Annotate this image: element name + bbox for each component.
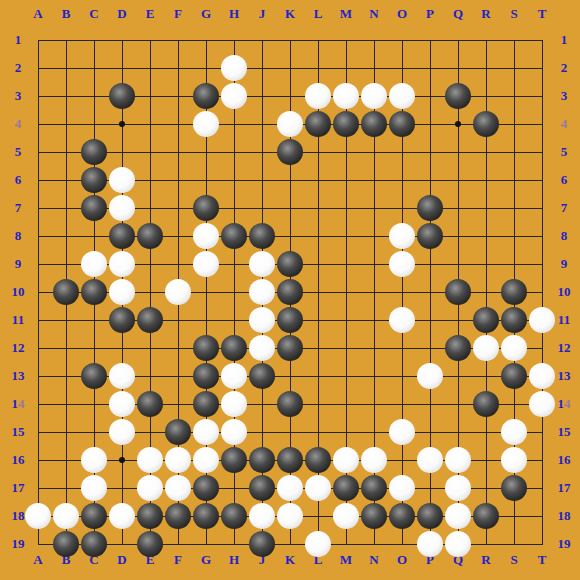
col-label-top-M: M	[340, 6, 352, 22]
stone-white-G4[interactable]	[193, 111, 219, 137]
stone-black-R11[interactable]	[473, 307, 499, 333]
row-label-right-17: 17	[558, 480, 571, 496]
stone-black-R18[interactable]	[473, 503, 499, 529]
star-point-D4	[119, 121, 125, 127]
stone-black-B10[interactable]	[53, 279, 79, 305]
stone-black-C18[interactable]	[81, 503, 107, 529]
stone-black-E8[interactable]	[137, 223, 163, 249]
stone-black-P8[interactable]	[417, 223, 443, 249]
stone-white-P16[interactable]	[417, 447, 443, 473]
col-label-top-F: F	[174, 6, 182, 22]
stone-black-D11[interactable]	[109, 307, 135, 333]
stone-white-Q16[interactable]	[445, 447, 471, 473]
row-label-right-5: 5	[561, 144, 568, 160]
row-label-left-5: 5	[15, 144, 22, 160]
stone-black-Q10[interactable]	[445, 279, 471, 305]
star-point-Q4	[455, 121, 461, 127]
stone-white-T11[interactable]	[529, 307, 555, 333]
stone-black-K14[interactable]	[277, 391, 303, 417]
col-label-top-E: E	[146, 6, 155, 22]
col-label-bottom-N: N	[369, 552, 378, 568]
col-label-top-C: C	[89, 6, 98, 22]
row-label-right-13: 13	[558, 368, 571, 384]
stone-black-C10[interactable]	[81, 279, 107, 305]
stone-white-F17[interactable]	[165, 475, 191, 501]
stone-black-N17[interactable]	[361, 475, 387, 501]
col-label-top-J: J	[259, 6, 266, 22]
stone-black-F18[interactable]	[165, 503, 191, 529]
stone-black-O18[interactable]	[389, 503, 415, 529]
stone-black-S11[interactable]	[501, 307, 527, 333]
star-point-D16	[119, 457, 125, 463]
stone-white-S15[interactable]	[501, 419, 527, 445]
col-label-top-L: L	[314, 6, 323, 22]
stone-white-D13[interactable]	[109, 363, 135, 389]
row-label-left-12: 12	[12, 340, 25, 356]
row-label-right-14: 14	[558, 396, 571, 412]
row-label-right-7: 7	[561, 200, 568, 216]
col-label-top-T: T	[538, 6, 547, 22]
row-label-left-14: 14	[12, 396, 25, 412]
stone-black-H18[interactable]	[221, 503, 247, 529]
stone-white-O15[interactable]	[389, 419, 415, 445]
stone-white-M16[interactable]	[333, 447, 359, 473]
stone-black-G7[interactable]	[193, 195, 219, 221]
stone-black-R14[interactable]	[473, 391, 499, 417]
stone-black-C19[interactable]	[81, 531, 107, 557]
stone-white-J11[interactable]	[249, 307, 275, 333]
stone-black-J19[interactable]	[249, 531, 275, 557]
col-label-top-R: R	[481, 6, 490, 22]
col-label-top-A: A	[33, 6, 42, 22]
stone-black-L16[interactable]	[305, 447, 331, 473]
col-label-bottom-S: S	[510, 552, 517, 568]
col-label-bottom-F: F	[174, 552, 182, 568]
row-label-right-6: 6	[561, 172, 568, 188]
stone-black-C6[interactable]	[81, 167, 107, 193]
stone-white-G9[interactable]	[193, 251, 219, 277]
col-label-top-N: N	[369, 6, 378, 22]
stone-black-D8[interactable]	[109, 223, 135, 249]
stone-white-G8[interactable]	[193, 223, 219, 249]
stone-white-J18[interactable]	[249, 503, 275, 529]
col-label-bottom-A: A	[33, 552, 42, 568]
stone-black-K16[interactable]	[277, 447, 303, 473]
stone-black-S10[interactable]	[501, 279, 527, 305]
stone-white-C17[interactable]	[81, 475, 107, 501]
stone-white-G16[interactable]	[193, 447, 219, 473]
col-label-bottom-D: D	[117, 552, 126, 568]
stone-white-L3[interactable]	[305, 83, 331, 109]
stone-black-R4[interactable]	[473, 111, 499, 137]
stone-white-Q18[interactable]	[445, 503, 471, 529]
stone-white-B18[interactable]	[53, 503, 79, 529]
stone-white-L19[interactable]	[305, 531, 331, 557]
row-label-left-16: 16	[12, 452, 25, 468]
row-label-left-10: 10	[12, 284, 25, 300]
stone-black-C13[interactable]	[81, 363, 107, 389]
stone-white-O11[interactable]	[389, 307, 415, 333]
row-label-left-17: 17	[12, 480, 25, 496]
stone-black-K9[interactable]	[277, 251, 303, 277]
stone-white-S16[interactable]	[501, 447, 527, 473]
stone-white-J9[interactable]	[249, 251, 275, 277]
stone-white-T14[interactable]	[529, 391, 555, 417]
col-label-top-B: B	[62, 6, 71, 22]
stone-black-P18[interactable]	[417, 503, 443, 529]
stone-black-Q3[interactable]	[445, 83, 471, 109]
row-label-left-9: 9	[15, 256, 22, 272]
stone-white-H2[interactable]	[221, 55, 247, 81]
row-label-right-4: 4	[561, 116, 568, 132]
col-label-bottom-T: T	[538, 552, 547, 568]
col-label-bottom-K: K	[285, 552, 295, 568]
stone-white-R12[interactable]	[473, 335, 499, 361]
stone-black-G3[interactable]	[193, 83, 219, 109]
stone-black-J8[interactable]	[249, 223, 275, 249]
stone-black-E18[interactable]	[137, 503, 163, 529]
stone-black-B19[interactable]	[53, 531, 79, 557]
stone-white-P13[interactable]	[417, 363, 443, 389]
row-label-right-15: 15	[558, 424, 571, 440]
row-label-left-6: 6	[15, 172, 22, 188]
row-label-left-7: 7	[15, 200, 22, 216]
row-label-left-8: 8	[15, 228, 22, 244]
col-label-top-K: K	[285, 6, 295, 22]
col-label-top-P: P	[426, 6, 434, 22]
row-label-left-19: 19	[12, 536, 25, 552]
stone-white-A18[interactable]	[25, 503, 51, 529]
stone-black-E11[interactable]	[137, 307, 163, 333]
stone-white-D7[interactable]	[109, 195, 135, 221]
stone-white-O8[interactable]	[389, 223, 415, 249]
stone-black-H8[interactable]	[221, 223, 247, 249]
row-label-right-9: 9	[561, 256, 568, 272]
stone-black-N4[interactable]	[361, 111, 387, 137]
stone-black-H16[interactable]	[221, 447, 247, 473]
stone-black-S17[interactable]	[501, 475, 527, 501]
col-label-bottom-R: R	[481, 552, 490, 568]
stone-white-D9[interactable]	[109, 251, 135, 277]
stone-black-O4[interactable]	[389, 111, 415, 137]
row-label-right-12: 12	[558, 340, 571, 356]
row-label-right-18: 18	[558, 508, 571, 524]
stone-white-C16[interactable]	[81, 447, 107, 473]
stone-white-F16[interactable]	[165, 447, 191, 473]
row-label-left-15: 15	[12, 424, 25, 440]
stone-white-F10[interactable]	[165, 279, 191, 305]
stone-black-G13[interactable]	[193, 363, 219, 389]
col-label-top-H: H	[229, 6, 239, 22]
stone-white-H14[interactable]	[221, 391, 247, 417]
stone-white-G15[interactable]	[193, 419, 219, 445]
stone-black-J17[interactable]	[249, 475, 275, 501]
stone-black-K10[interactable]	[277, 279, 303, 305]
stone-black-E19[interactable]	[137, 531, 163, 557]
col-label-top-D: D	[117, 6, 126, 22]
stone-white-O9[interactable]	[389, 251, 415, 277]
stone-black-K12[interactable]	[277, 335, 303, 361]
col-label-bottom-G: G	[201, 552, 211, 568]
row-label-left-13: 13	[12, 368, 25, 384]
stone-black-H12[interactable]	[221, 335, 247, 361]
col-label-bottom-O: O	[397, 552, 407, 568]
stone-white-D15[interactable]	[109, 419, 135, 445]
stone-black-N18[interactable]	[361, 503, 387, 529]
col-label-top-G: G	[201, 6, 211, 22]
stone-white-L17[interactable]	[305, 475, 331, 501]
stone-white-K4[interactable]	[277, 111, 303, 137]
col-label-bottom-H: H	[229, 552, 239, 568]
stone-black-K11[interactable]	[277, 307, 303, 333]
stone-white-K18[interactable]	[277, 503, 303, 529]
col-label-top-S: S	[510, 6, 517, 22]
stone-white-H13[interactable]	[221, 363, 247, 389]
col-label-top-O: O	[397, 6, 407, 22]
stone-black-J16[interactable]	[249, 447, 275, 473]
stone-white-O3[interactable]	[389, 83, 415, 109]
stone-white-N3[interactable]	[361, 83, 387, 109]
stone-black-D3[interactable]	[109, 83, 135, 109]
stone-black-P7[interactable]	[417, 195, 443, 221]
go-board-screenshot: AABBCCDDEEFFGGHHJJKKLLMMNNOOPPQQRRSSTT11…	[0, 0, 580, 580]
stone-white-J12[interactable]	[249, 335, 275, 361]
stone-white-H3[interactable]	[221, 83, 247, 109]
row-label-right-16: 16	[558, 452, 571, 468]
stone-black-C5[interactable]	[81, 139, 107, 165]
row-label-right-1: 1	[561, 32, 568, 48]
stone-white-N16[interactable]	[361, 447, 387, 473]
row-label-left-4: 4	[15, 116, 22, 132]
row-label-right-10: 10	[558, 284, 571, 300]
stone-black-Q12[interactable]	[445, 335, 471, 361]
col-label-top-Q: Q	[453, 6, 463, 22]
stone-black-C7[interactable]	[81, 195, 107, 221]
stone-black-M17[interactable]	[333, 475, 359, 501]
stone-black-K5[interactable]	[277, 139, 303, 165]
stone-white-Q17[interactable]	[445, 475, 471, 501]
stone-black-G14[interactable]	[193, 391, 219, 417]
stone-white-D10[interactable]	[109, 279, 135, 305]
row-label-left-18: 18	[12, 508, 25, 524]
stone-black-G12[interactable]	[193, 335, 219, 361]
stone-black-L4[interactable]	[305, 111, 331, 137]
stone-black-M4[interactable]	[333, 111, 359, 137]
row-label-left-1: 1	[15, 32, 22, 48]
stone-white-Q19[interactable]	[445, 531, 471, 557]
stone-white-O17[interactable]	[389, 475, 415, 501]
row-label-left-3: 3	[15, 88, 22, 104]
stone-white-K17[interactable]	[277, 475, 303, 501]
stone-white-J10[interactable]	[249, 279, 275, 305]
stone-white-H15[interactable]	[221, 419, 247, 445]
col-label-bottom-M: M	[340, 552, 352, 568]
stone-white-C9[interactable]	[81, 251, 107, 277]
stone-black-S13[interactable]	[501, 363, 527, 389]
stone-white-M3[interactable]	[333, 83, 359, 109]
stone-black-F15[interactable]	[165, 419, 191, 445]
stone-black-G18[interactable]	[193, 503, 219, 529]
stone-black-G17[interactable]	[193, 475, 219, 501]
stone-white-D18[interactable]	[109, 503, 135, 529]
stone-white-D6[interactable]	[109, 167, 135, 193]
row-label-left-11: 11	[12, 312, 24, 328]
stone-black-J13[interactable]	[249, 363, 275, 389]
row-label-left-2: 2	[15, 60, 22, 76]
stone-white-T13[interactable]	[529, 363, 555, 389]
stone-white-E16[interactable]	[137, 447, 163, 473]
row-label-right-19: 19	[558, 536, 571, 552]
stone-white-S12[interactable]	[501, 335, 527, 361]
row-label-right-8: 8	[561, 228, 568, 244]
stone-white-D14[interactable]	[109, 391, 135, 417]
row-label-right-2: 2	[561, 60, 568, 76]
row-label-right-11: 11	[558, 312, 570, 328]
row-label-right-3: 3	[561, 88, 568, 104]
stone-black-E14[interactable]	[137, 391, 163, 417]
stone-white-M18[interactable]	[333, 503, 359, 529]
stone-white-E17[interactable]	[137, 475, 163, 501]
stone-white-P19[interactable]	[417, 531, 443, 557]
